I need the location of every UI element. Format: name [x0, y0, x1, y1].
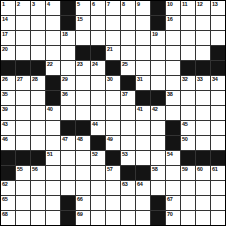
cell-r14-c6[interactable]: 66	[76, 196, 90, 210]
cell-r3-c10[interactable]	[136, 31, 150, 45]
cell-r7-c3[interactable]	[31, 91, 45, 105]
clue-number: 62	[2, 181, 8, 187]
cell-r8-c2[interactable]	[16, 106, 30, 120]
block-cell-r7-c4	[46, 91, 60, 105]
clue-number: 3	[32, 1, 35, 7]
cell-r8-c14[interactable]	[196, 106, 210, 120]
clue-number: 28	[32, 76, 38, 82]
block-cell-r4-c15	[211, 46, 225, 60]
cell-r7-c12[interactable]: 38	[166, 91, 180, 105]
cell-r14-c10[interactable]	[136, 196, 150, 210]
clue-number: 15	[77, 16, 83, 22]
cell-r15-c12[interactable]: 70	[166, 211, 180, 225]
block-cell-r6-c9	[121, 76, 135, 90]
cell-r4-c4[interactable]	[46, 46, 60, 60]
clue-number: 10	[167, 1, 173, 7]
cell-r13-c3[interactable]	[31, 181, 45, 195]
cell-r7-c5[interactable]: 36	[61, 91, 75, 105]
clue-number: 44	[92, 121, 98, 127]
cell-r11-c6[interactable]	[76, 151, 90, 165]
clue-number: 68	[2, 211, 8, 217]
cell-r10-c4[interactable]	[46, 136, 60, 150]
cell-r13-c14[interactable]	[196, 181, 210, 195]
cell-r5-c6[interactable]: 23	[76, 61, 90, 75]
clue-number: 14	[2, 16, 8, 22]
cell-r8-c4[interactable]: 40	[46, 106, 60, 120]
cell-r8-c11[interactable]: 42	[151, 106, 165, 120]
cell-r2-c12[interactable]: 16	[166, 16, 180, 30]
cell-r4-c5[interactable]	[61, 46, 75, 60]
block-cell-r5-c13	[181, 61, 195, 75]
cell-r7-c1[interactable]: 35	[1, 91, 15, 105]
cell-r15-c13[interactable]	[181, 211, 195, 225]
cell-r11-c9[interactable]: 53	[121, 151, 135, 165]
clue-number: 6	[92, 1, 95, 7]
cell-r3-c13[interactable]	[181, 31, 195, 45]
block-cell-r6-c4	[46, 76, 60, 90]
cell-r15-c7[interactable]	[91, 211, 105, 225]
block-cell-r14-c5	[61, 196, 75, 210]
cell-r3-c3[interactable]	[31, 31, 45, 45]
cell-r15-c15[interactable]	[211, 211, 225, 225]
cell-r3-c12[interactable]	[166, 31, 180, 45]
cell-r14-c1[interactable]: 65	[1, 196, 15, 210]
cell-r15-c4[interactable]	[46, 211, 60, 225]
cell-r8-c12[interactable]	[166, 106, 180, 120]
cell-r13-c9[interactable]: 63	[121, 181, 135, 195]
cell-r14-c4[interactable]	[46, 196, 60, 210]
cell-r15-c6[interactable]: 69	[76, 211, 90, 225]
clue-number: 7	[107, 1, 110, 7]
cell-r2-c6[interactable]: 15	[76, 16, 90, 30]
cell-r14-c12[interactable]: 67	[166, 196, 180, 210]
block-cell-r12-c10	[136, 166, 150, 180]
cell-r1-c2[interactable]: 2	[16, 1, 30, 15]
clue-number: 54	[167, 151, 173, 157]
cell-r3-c6[interactable]	[76, 31, 90, 45]
cell-r10-c11[interactable]	[151, 136, 165, 150]
cell-r12-c5[interactable]	[61, 166, 75, 180]
cell-r6-c10[interactable]: 31	[136, 76, 150, 90]
clue-number: 9	[137, 1, 140, 7]
cell-r15-c3[interactable]	[31, 211, 45, 225]
cell-r1-c7[interactable]: 6	[91, 1, 105, 15]
cell-r8-c8[interactable]	[106, 106, 120, 120]
block-cell-r7-c10	[136, 91, 150, 105]
cell-r6-c8[interactable]: 30	[106, 76, 120, 90]
clue-number: 58	[152, 166, 158, 172]
cell-r13-c11[interactable]	[151, 181, 165, 195]
block-cell-r4-c7	[91, 46, 105, 60]
cell-r13-c15[interactable]	[211, 181, 225, 195]
cell-r1-c4[interactable]: 4	[46, 1, 60, 15]
clue-number: 66	[77, 196, 83, 202]
block-cell-r11-c3	[31, 151, 45, 165]
cell-r8-c13[interactable]	[181, 106, 195, 120]
cell-r3-c1[interactable]: 17	[1, 31, 15, 45]
clue-number: 36	[62, 91, 68, 97]
cell-r8-c9[interactable]	[121, 106, 135, 120]
cell-r12-c4[interactable]	[46, 166, 60, 180]
cell-r4-c3[interactable]	[31, 46, 45, 60]
block-cell-r4-c6	[76, 46, 90, 60]
clue-number: 5	[77, 1, 80, 7]
clue-number: 45	[182, 121, 188, 127]
cell-r12-c8[interactable]: 57	[106, 166, 120, 180]
cell-r10-c13[interactable]: 50	[181, 136, 195, 150]
cell-r9-c11[interactable]	[151, 121, 165, 135]
block-cell-r11-c13	[181, 151, 195, 165]
cell-r3-c7[interactable]	[91, 31, 105, 45]
cell-r3-c5[interactable]: 18	[61, 31, 75, 45]
cell-r6-c13[interactable]: 32	[181, 76, 195, 90]
cell-r2-c3[interactable]	[31, 16, 45, 30]
cell-r11-c12[interactable]: 54	[166, 151, 180, 165]
cell-r3-c15[interactable]	[211, 31, 225, 45]
block-cell-r1-c11	[151, 1, 165, 15]
cell-r4-c13[interactable]	[181, 46, 195, 60]
cell-r12-c13[interactable]: 59	[181, 166, 195, 180]
cell-r1-c15[interactable]: 13	[211, 1, 225, 15]
clue-number: 65	[2, 196, 8, 202]
clue-number: 25	[122, 61, 128, 67]
cell-r9-c8[interactable]	[106, 121, 120, 135]
clue-number: 67	[167, 196, 173, 202]
cell-r2-c7[interactable]	[91, 16, 105, 30]
cell-r14-c9[interactable]	[121, 196, 135, 210]
cell-r8-c3[interactable]	[31, 106, 45, 120]
block-cell-r1-c5	[61, 1, 75, 15]
cell-r13-c2[interactable]	[16, 181, 30, 195]
cell-r15-c14[interactable]	[196, 211, 210, 225]
block-cell-r11-c14	[196, 151, 210, 165]
cell-r2-c1[interactable]: 14	[1, 16, 15, 30]
clue-number: 19	[152, 31, 158, 37]
clue-number: 39	[2, 106, 8, 112]
cell-r1-c1[interactable]: 1	[1, 1, 15, 15]
cell-r1-c13[interactable]: 11	[181, 1, 195, 15]
cell-r9-c15[interactable]	[211, 121, 225, 135]
cell-r10-c9[interactable]	[121, 136, 135, 150]
cell-r5-c10[interactable]	[136, 61, 150, 75]
clue-number: 57	[107, 166, 113, 172]
cell-r15-c10[interactable]	[136, 211, 150, 225]
cell-r14-c2[interactable]	[16, 196, 30, 210]
cell-r12-c11[interactable]: 58	[151, 166, 165, 180]
cell-r13-c13[interactable]	[181, 181, 195, 195]
cell-r6-c3[interactable]: 28	[31, 76, 45, 90]
cell-r4-c10[interactable]	[136, 46, 150, 60]
cell-r10-c5[interactable]: 47	[61, 136, 75, 150]
clue-number: 32	[182, 76, 188, 82]
cell-r7-c13[interactable]	[181, 91, 195, 105]
clue-number: 63	[122, 181, 128, 187]
clue-number: 24	[92, 61, 98, 67]
block-cell-r15-c5	[61, 211, 75, 225]
clue-number: 30	[107, 76, 113, 82]
cell-r3-c2[interactable]	[16, 31, 30, 45]
block-cell-r15-c11	[151, 211, 165, 225]
block-cell-r5-c1	[1, 61, 15, 75]
cell-r12-c3[interactable]: 56	[31, 166, 45, 180]
clue-number: 2	[17, 1, 20, 7]
cell-r9-c1[interactable]: 43	[1, 121, 15, 135]
cell-r15-c1[interactable]: 68	[1, 211, 15, 225]
cell-r1-c12[interactable]: 10	[166, 1, 180, 15]
cell-r10-c6[interactable]: 48	[76, 136, 90, 150]
cell-r15-c2[interactable]	[16, 211, 30, 225]
cell-r3-c8[interactable]	[106, 31, 120, 45]
cell-r2-c15[interactable]	[211, 16, 225, 30]
clue-number: 16	[167, 16, 173, 22]
cell-r4-c14[interactable]	[196, 46, 210, 60]
cell-r6-c11[interactable]	[151, 76, 165, 90]
clue-number: 40	[47, 106, 53, 112]
block-cell-r7-c11	[151, 91, 165, 105]
clue-number: 38	[167, 91, 173, 97]
cell-r9-c4[interactable]	[46, 121, 60, 135]
clue-number: 20	[2, 46, 8, 52]
clue-number: 17	[2, 31, 8, 37]
cell-r8-c10[interactable]: 41	[136, 106, 150, 120]
cell-r10-c3[interactable]	[31, 136, 45, 150]
cell-r14-c7[interactable]	[91, 196, 105, 210]
cell-r2-c4[interactable]	[46, 16, 60, 30]
clue-number: 8	[122, 1, 125, 7]
clue-number: 33	[197, 76, 203, 82]
cell-r5-c7[interactable]: 24	[91, 61, 105, 75]
cell-r6-c6[interactable]	[76, 76, 90, 90]
clue-number: 43	[2, 121, 8, 127]
cell-r3-c11[interactable]: 19	[151, 31, 165, 45]
cell-r9-c13[interactable]: 45	[181, 121, 195, 135]
cell-r8-c5[interactable]	[61, 106, 75, 120]
cell-r7-c2[interactable]	[16, 91, 30, 105]
cell-r14-c14[interactable]	[196, 196, 210, 210]
block-cell-r2-c11	[151, 16, 165, 30]
clue-number: 52	[92, 151, 98, 157]
clue-number: 50	[182, 136, 188, 142]
crossword-board: 1234567891011121314151617181920212223242…	[0, 0, 226, 226]
cell-r4-c1[interactable]: 20	[1, 46, 15, 60]
cell-r8-c6[interactable]	[76, 106, 90, 120]
clue-number: 13	[212, 1, 218, 7]
cell-r7-c9[interactable]: 37	[121, 91, 135, 105]
cell-r4-c8[interactable]: 21	[106, 46, 120, 60]
cell-r6-c12[interactable]	[166, 76, 180, 90]
cell-r1-c6[interactable]: 5	[76, 1, 90, 15]
cell-r6-c2[interactable]: 27	[16, 76, 30, 90]
cell-r13-c1[interactable]: 62	[1, 181, 15, 195]
clue-number: 23	[77, 61, 83, 67]
cell-r4-c11[interactable]	[151, 46, 165, 60]
block-cell-r11-c1	[1, 151, 15, 165]
cell-r3-c4[interactable]	[46, 31, 60, 45]
cell-r12-c12[interactable]	[166, 166, 180, 180]
block-cell-r9-c5	[61, 121, 75, 135]
cell-r1-c8[interactable]: 7	[106, 1, 120, 15]
cell-r1-c9[interactable]: 8	[121, 1, 135, 15]
clue-number: 27	[17, 76, 23, 82]
cell-r5-c9[interactable]: 25	[121, 61, 135, 75]
cell-r10-c2[interactable]	[16, 136, 30, 150]
clue-number: 11	[182, 1, 187, 7]
clue-number: 29	[62, 76, 68, 82]
cell-r15-c8[interactable]	[106, 211, 120, 225]
block-cell-r11-c15	[211, 151, 225, 165]
cell-r11-c7[interactable]: 52	[91, 151, 105, 165]
cell-r10-c10[interactable]	[136, 136, 150, 150]
cell-r9-c2[interactable]	[16, 121, 30, 135]
cell-r13-c12[interactable]	[166, 181, 180, 195]
cell-r9-c14[interactable]	[196, 121, 210, 135]
clue-number: 49	[107, 136, 113, 142]
cell-r12-c6[interactable]	[76, 166, 90, 180]
cell-r13-c5[interactable]	[61, 181, 75, 195]
cell-r6-c1[interactable]: 26	[1, 76, 15, 90]
cell-r10-c8[interactable]: 49	[106, 136, 120, 150]
cell-r5-c5[interactable]	[61, 61, 75, 75]
clue-number: 26	[2, 76, 8, 82]
clue-number: 61	[212, 166, 218, 172]
cell-r14-c8[interactable]	[106, 196, 120, 210]
clue-number: 18	[62, 31, 68, 37]
block-cell-r9-c12	[166, 121, 180, 135]
clue-number: 59	[182, 166, 188, 172]
cell-r2-c2[interactable]	[16, 16, 30, 30]
cell-r1-c3[interactable]: 3	[31, 1, 45, 15]
cell-r6-c5[interactable]: 29	[61, 76, 75, 90]
cell-r8-c15[interactable]	[211, 106, 225, 120]
clue-number: 51	[47, 151, 53, 157]
clue-number: 70	[167, 211, 173, 217]
clue-number: 22	[47, 61, 53, 67]
cell-r6-c15[interactable]: 34	[211, 76, 225, 90]
cell-r12-c15[interactable]: 61	[211, 166, 225, 180]
cell-r13-c7[interactable]	[91, 181, 105, 195]
cell-r3-c14[interactable]	[196, 31, 210, 45]
cell-r12-c14[interactable]: 60	[196, 166, 210, 180]
clue-number: 12	[197, 1, 203, 7]
block-cell-r5-c2	[16, 61, 30, 75]
cell-r2-c9[interactable]	[121, 16, 135, 30]
clue-number: 46	[2, 136, 8, 142]
cell-r12-c2[interactable]: 55	[16, 166, 30, 180]
cell-r3-c9[interactable]	[121, 31, 135, 45]
block-cell-r12-c1	[1, 166, 15, 180]
cell-r15-c9[interactable]	[121, 211, 135, 225]
cell-r4-c12[interactable]	[166, 46, 180, 60]
cell-r10-c1[interactable]: 46	[1, 136, 15, 150]
clue-number: 34	[212, 76, 218, 82]
cell-r7-c15[interactable]	[211, 91, 225, 105]
cell-r2-c10[interactable]	[136, 16, 150, 30]
clue-number: 47	[62, 136, 68, 142]
cell-r11-c10[interactable]	[136, 151, 150, 165]
cell-r11-c5[interactable]	[61, 151, 75, 165]
cell-r6-c14[interactable]: 33	[196, 76, 210, 90]
cell-r9-c3[interactable]	[31, 121, 45, 135]
cell-r7-c7[interactable]	[91, 91, 105, 105]
cell-r5-c12[interactable]	[166, 61, 180, 75]
block-cell-r10-c12	[166, 136, 180, 150]
block-cell-r12-c9	[121, 166, 135, 180]
cell-r10-c14[interactable]	[196, 136, 210, 150]
clue-number: 69	[77, 211, 83, 217]
clue-number: 64	[137, 181, 143, 187]
cell-r5-c11[interactable]	[151, 61, 165, 75]
clue-number: 56	[32, 166, 38, 172]
block-cell-r2-c5	[61, 16, 75, 30]
cell-r9-c10[interactable]	[136, 121, 150, 135]
clue-number: 35	[2, 91, 8, 97]
cell-r2-c8[interactable]	[106, 16, 120, 30]
cell-r7-c14[interactable]	[196, 91, 210, 105]
cell-r9-c7[interactable]: 44	[91, 121, 105, 135]
cell-r8-c1[interactable]: 39	[1, 106, 15, 120]
block-cell-r11-c8	[106, 151, 120, 165]
cell-r13-c8[interactable]	[106, 181, 120, 195]
cell-r10-c15[interactable]	[211, 136, 225, 150]
clue-number: 41	[137, 106, 143, 112]
cell-r11-c11[interactable]	[151, 151, 165, 165]
cell-r8-c7[interactable]	[91, 106, 105, 120]
cell-r13-c4[interactable]	[46, 181, 60, 195]
clue-number: 42	[152, 106, 158, 112]
block-cell-r9-c6	[76, 121, 90, 135]
block-cell-r5-c14	[196, 61, 210, 75]
cell-r1-c14[interactable]: 12	[196, 1, 210, 15]
block-cell-r14-c11	[151, 196, 165, 210]
cell-r13-c10[interactable]: 64	[136, 181, 150, 195]
cell-r1-c10[interactable]: 9	[136, 1, 150, 15]
clue-number: 31	[137, 76, 143, 82]
block-cell-r5-c8	[106, 61, 120, 75]
cell-r11-c4[interactable]: 51	[46, 151, 60, 165]
cell-r7-c8[interactable]	[106, 91, 120, 105]
clue-number: 37	[122, 91, 128, 97]
block-cell-r10-c7	[91, 136, 105, 150]
cell-r12-c7[interactable]	[91, 166, 105, 180]
cell-r5-c4[interactable]: 22	[46, 61, 60, 75]
clue-number: 4	[47, 1, 50, 7]
clue-number: 60	[197, 166, 203, 172]
block-cell-r5-c3	[31, 61, 45, 75]
block-cell-r11-c2	[16, 151, 30, 165]
cell-r9-c9[interactable]	[121, 121, 135, 135]
cell-r2-c13[interactable]	[181, 16, 195, 30]
cell-r13-c6[interactable]	[76, 181, 90, 195]
clue-number: 21	[107, 46, 113, 52]
clue-number: 53	[122, 151, 128, 157]
clue-number: 55	[17, 166, 23, 172]
clue-number: 1	[2, 1, 5, 7]
cell-r14-c15[interactable]	[211, 196, 225, 210]
cell-r7-c6[interactable]	[76, 91, 90, 105]
block-cell-r5-c15	[211, 61, 225, 75]
cell-r4-c9[interactable]	[121, 46, 135, 60]
cell-r14-c3[interactable]	[31, 196, 45, 210]
cell-r14-c13[interactable]	[181, 196, 195, 210]
cell-r6-c7[interactable]	[91, 76, 105, 90]
clue-number: 48	[77, 136, 83, 142]
cell-r4-c2[interactable]	[16, 46, 30, 60]
cell-r2-c14[interactable]	[196, 16, 210, 30]
